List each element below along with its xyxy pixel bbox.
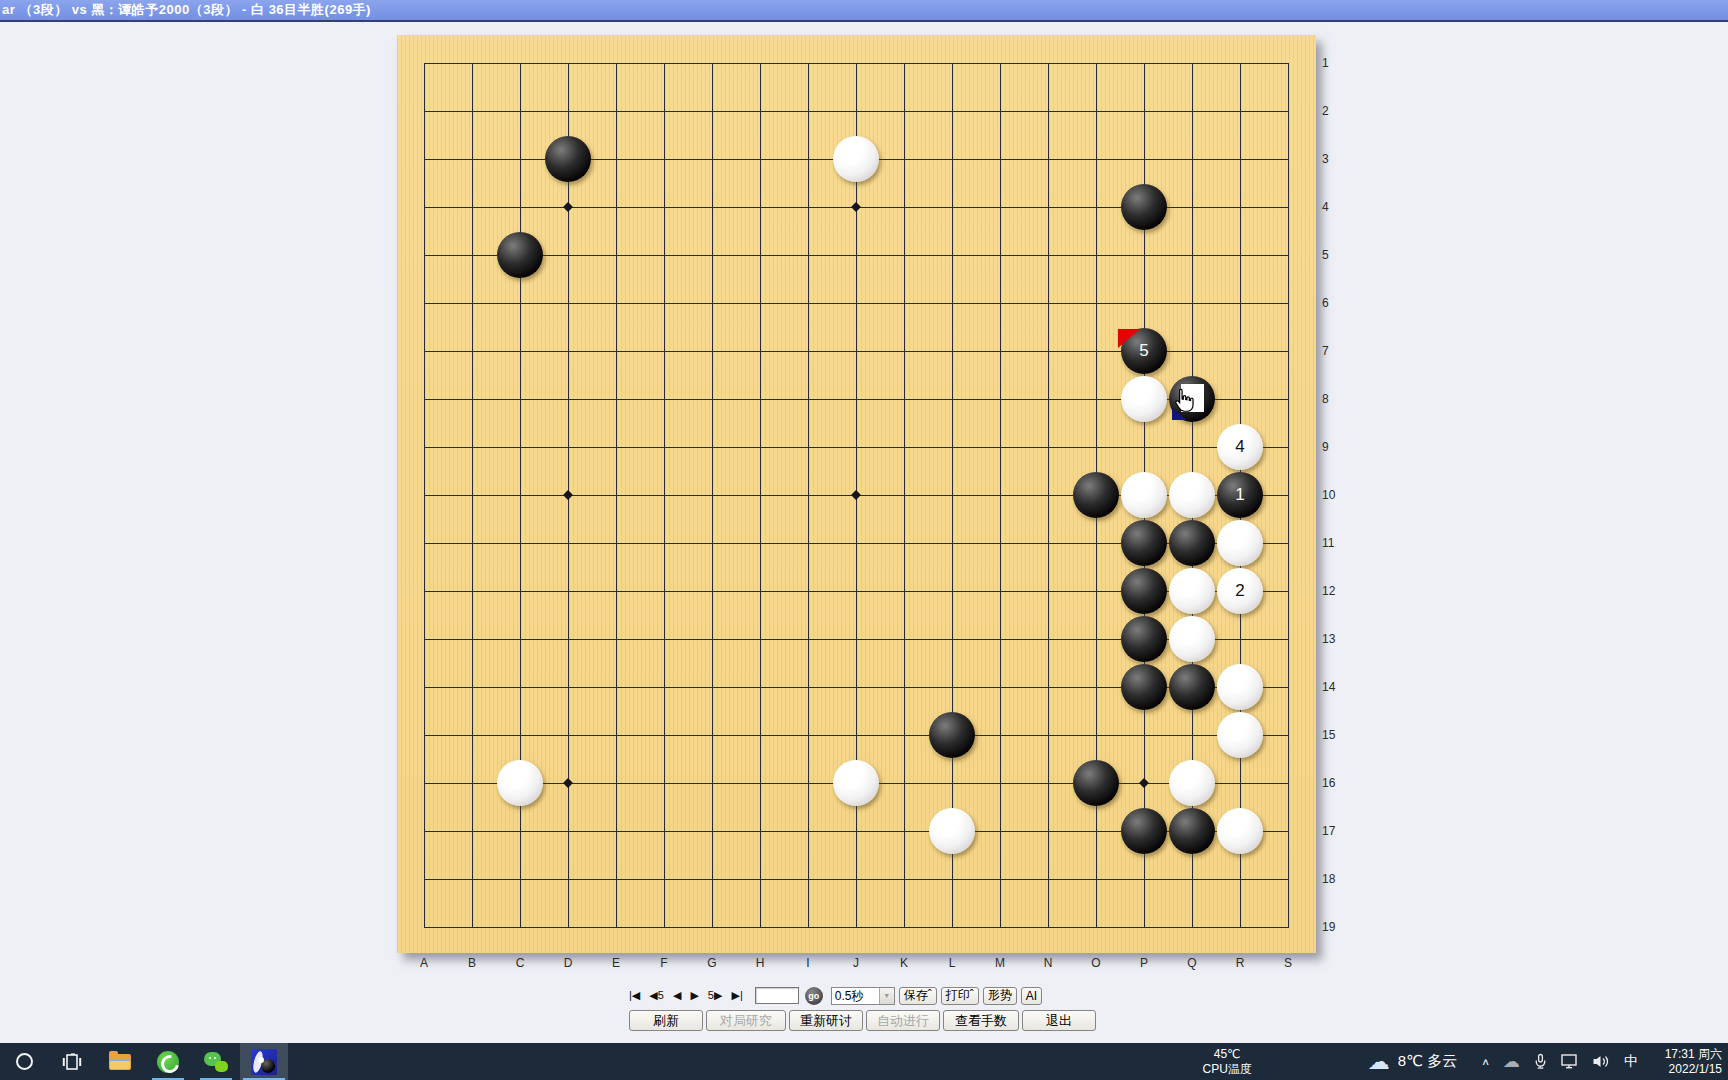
white-stone [929,808,975,854]
row-label: 17 [1322,807,1350,855]
white-stone-Q10[interactable] [1168,471,1216,519]
microphone-icon[interactable] [1533,1053,1548,1070]
system-tray: ∧ ☁ 中 [1481,1051,1638,1072]
column-label: F [640,956,688,970]
white-stone [1217,712,1263,758]
task-view-icon [62,1053,82,1071]
ime-indicator[interactable]: 中 [1624,1053,1638,1071]
black-stone-P14[interactable] [1120,663,1168,711]
black-stone-Q14[interactable] [1168,663,1216,711]
column-label: G [688,956,736,970]
black-stone-L15[interactable] [928,711,976,759]
browser-app-button[interactable] [144,1043,192,1080]
black-stone [1073,472,1119,518]
white-stone-R17[interactable] [1216,807,1264,855]
black-stone-R10[interactable]: 1 [1216,471,1264,519]
black-stone-P17[interactable] [1120,807,1168,855]
row-label: 13 [1322,615,1350,663]
row-label: 8 [1322,375,1350,423]
weather-cloud-icon: ☁ [1368,1052,1390,1072]
black-stone-P7[interactable]: 5 [1120,327,1168,375]
column-label: N [1024,956,1072,970]
black-stone [1169,808,1215,854]
back-5-button[interactable]: ◀5 [649,989,664,1002]
column-label: J [832,956,880,970]
white-stone-Q12[interactable] [1168,567,1216,615]
column-label: Q [1168,956,1216,970]
network-icon[interactable] [1561,1054,1579,1069]
green-browser-icon [157,1051,179,1073]
black-stone: 1 [1217,472,1263,518]
row-label: 1 [1322,39,1350,87]
black-stone [1169,520,1215,566]
white-stone-R14[interactable] [1216,663,1264,711]
black-stone [929,712,975,758]
white-stone [1217,664,1263,710]
autoplay-delay-dropdown[interactable]: 0.5秒 ▼ [831,987,895,1005]
black-stone [1169,664,1215,710]
wechat-button[interactable] [192,1043,240,1080]
column-label: O [1072,956,1120,970]
white-stone [1217,808,1263,854]
column-label: E [592,956,640,970]
row-label: 14 [1322,663,1350,711]
dropdown-arrow-icon[interactable]: ▼ [879,988,894,1004]
forward-1-button[interactable]: ▶ [690,989,698,1002]
row-label: 12 [1322,567,1350,615]
white-stone [1121,376,1167,422]
row-label: 3 [1322,135,1350,183]
black-stone-P12[interactable] [1120,567,1168,615]
white-stone: 2 [1217,568,1263,614]
white-stone-Q16[interactable] [1168,759,1216,807]
white-stone [1169,472,1215,518]
row-coordinates: 12345678910111213141516171819 [1322,39,1350,951]
row-label: 4 [1322,183,1350,231]
print-button[interactable]: 打印ˆ [941,987,979,1005]
black-stone-P4[interactable] [1120,183,1168,231]
white-stone-C16[interactable] [496,759,544,807]
forward-5-button[interactable]: 5▶ [708,989,723,1002]
black-stone [497,232,543,278]
weather-widget[interactable]: ☁ 8℃ 多云 [1368,1052,1457,1072]
column-label: R [1216,956,1264,970]
column-label: A [400,956,448,970]
row-label: 10 [1322,471,1350,519]
restudy-button[interactable]: 重新研讨 [789,1010,863,1031]
column-label: D [544,956,592,970]
white-stone-L17[interactable] [928,807,976,855]
white-stone-P10[interactable] [1120,471,1168,519]
black-stone-D3[interactable] [544,135,592,183]
white-stone-R15[interactable] [1216,711,1264,759]
column-coordinates: ABCDEFGHIJKLMNOPQRS [400,956,1312,970]
move-number-label: 4 [1217,424,1263,470]
taskbar-apps [0,1043,288,1080]
screen: ar （3段） vs 黑：谭皓予2000（3段） - 白 36目半胜(269手)… [0,0,1728,1080]
speaker-icon[interactable] [1592,1054,1611,1069]
file-explorer-button[interactable] [96,1043,144,1080]
white-stone [1121,472,1167,518]
cpu-temperature: 45℃ CPU温度 [1202,1047,1251,1077]
back-1-button[interactable]: ◀ [673,989,681,1002]
row-label: 18 [1322,855,1350,903]
file-explorer-icon [109,1054,131,1070]
column-label: H [736,956,784,970]
search-button[interactable] [0,1043,48,1080]
white-stone [833,136,879,182]
go-app-icon [251,1049,277,1075]
mouse-cursor-hand [1173,387,1196,414]
column-label: C [496,956,544,970]
black-stone-Q17[interactable] [1168,807,1216,855]
go-button[interactable]: go [805,987,823,1005]
move-number-label: 1 [1217,472,1263,518]
white-stone-P8[interactable] [1120,375,1168,423]
taskbar-clock[interactable]: 17:31 周六 2022/1/15 [1650,1047,1722,1077]
white-stone [1169,616,1215,662]
black-stone [1121,184,1167,230]
bottom-button-row: 刷新对局研究重新研讨自动进行查看手数退出 [629,1010,1109,1031]
auto-advance-button: 自动进行 [866,1010,940,1031]
cortana-circle-icon [16,1053,33,1070]
game-research-button: 对局研究 [706,1010,786,1031]
column-label: P [1120,956,1168,970]
white-stone-J3[interactable] [832,135,880,183]
white-stone-R11[interactable] [1216,519,1264,567]
black-stone-O16[interactable] [1072,759,1120,807]
row-label: 11 [1322,519,1350,567]
black-stone [1121,664,1167,710]
row-label: 2 [1322,87,1350,135]
white-stone: 4 [1217,424,1263,470]
window-title: ar （3段） vs 黑：谭皓予2000（3段） - 白 36目半胜(269手) [2,1,371,19]
row-label: 5 [1322,231,1350,279]
last-move-button[interactable]: ▶| [731,989,742,1002]
row-label: 19 [1322,903,1350,951]
black-stone-Q11[interactable] [1168,519,1216,567]
task-view-button[interactable] [48,1043,96,1080]
black-stone-Q8[interactable] [1168,375,1216,423]
black-stone [545,136,591,182]
move-number-input[interactable] [755,987,799,1004]
column-label: L [928,956,976,970]
onedrive-icon[interactable]: ☁ [1503,1051,1520,1072]
column-label: M [976,956,1024,970]
hidden-icons-chevron[interactable]: ∧ [1481,1056,1490,1067]
taskbar-right: 45℃ CPU温度 ☁ 8℃ 多云 ∧ ☁ [1202,1043,1728,1080]
row-label: 6 [1322,279,1350,327]
territory-button[interactable]: 形势 [983,987,1017,1005]
white-stone [833,760,879,806]
black-stone [1121,616,1167,662]
black-stone [1121,808,1167,854]
column-label: I [784,956,832,970]
window-title-bar: ar （3段） vs 黑：谭皓予2000（3段） - 白 36目半胜(269手) [0,0,1728,22]
move-navigation: |◀◀5◀▶5▶▶| [629,989,743,1002]
control-panel: |◀◀5◀▶5▶▶| go 0.5秒 ▼ 保存ˆ 打印ˆ 形势 AI 刷新对局研… [629,986,1109,1031]
black-stone [1121,520,1167,566]
save-button[interactable]: 保存ˆ [899,987,937,1005]
row-label: 15 [1322,711,1350,759]
black-stone-C5[interactable] [496,231,544,279]
row-label: 16 [1322,759,1350,807]
black-stone [1121,568,1167,614]
white-stone [1217,520,1263,566]
move-number-label: 2 [1217,568,1263,614]
wechat-icon [204,1052,228,1072]
white-stone-Q13[interactable] [1168,615,1216,663]
refresh-button[interactable]: 刷新 [629,1010,703,1031]
white-stone [497,760,543,806]
column-label: S [1264,956,1312,970]
white-stone-R12[interactable]: 2 [1216,567,1264,615]
column-label: K [880,956,928,970]
black-stone [1073,760,1119,806]
white-stone-R9[interactable]: 4 [1216,423,1264,471]
go-board: 5412 [397,35,1316,953]
autoplay-delay-value: 0.5秒 [832,988,879,1004]
column-label: B [448,956,496,970]
row-label: 9 [1322,423,1350,471]
row-label: 7 [1322,327,1350,375]
taskbar: 45℃ CPU温度 ☁ 8℃ 多云 ∧ ☁ [0,1043,1728,1080]
exit-button[interactable]: 退出 [1022,1010,1096,1031]
go-app-button[interactable] [240,1043,288,1080]
view-move-numbers-button[interactable]: 查看手数 [943,1010,1019,1031]
black-stone-P13[interactable] [1120,615,1168,663]
black-stone-P11[interactable] [1120,519,1168,567]
white-stone [1169,760,1215,806]
black-stone-O10[interactable] [1072,471,1120,519]
first-move-button[interactable]: |◀ [629,989,640,1002]
stones-layer: 5412 [400,39,1312,951]
ai-button[interactable]: AI [1021,987,1042,1005]
white-stone-J16[interactable] [832,759,880,807]
white-stone [1169,568,1215,614]
